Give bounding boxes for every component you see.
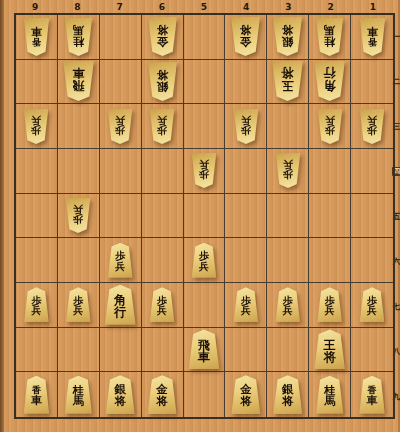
square-8-2[interactable]: 飛車 [58,60,100,105]
square-6-9[interactable]: 金将 [142,372,184,417]
square-1-3[interactable]: 歩兵 [351,104,393,149]
square-6-1[interactable]: 金将 [142,15,184,60]
piece-face: 香車 [358,376,387,414]
square-8-8[interactable] [58,328,100,373]
board-left-edge [0,0,4,432]
piece-face: 桂馬 [63,18,94,56]
piece-face: 香車 [22,18,51,56]
piece-gote-knight[interactable]: 桂馬 [63,18,94,56]
square-8-5[interactable]: 歩兵 [58,194,100,239]
piece-gote-lance[interactable]: 香車 [358,18,387,56]
square-3-4[interactable]: 歩兵 [267,149,309,194]
piece-gote-rook[interactable]: 飛車 [61,61,96,101]
piece-gote-king[interactable]: 玉将 [270,61,305,101]
file-label-6: 6 [141,1,183,13]
file-label-1: 1 [352,1,394,13]
piece-face: 歩兵 [190,243,218,278]
piece-face: 歩兵 [106,243,134,278]
piece-face: 歩兵 [148,287,176,322]
piece-face: 歩兵 [148,109,176,144]
piece-face: 歩兵 [316,287,344,322]
piece-face: 金将 [229,17,262,56]
square-6-5[interactable] [142,194,184,239]
piece-face: 玉将 [270,61,305,101]
square-9-1[interactable]: 香車 [16,15,58,60]
piece-sente-king[interactable]: 王将 [312,329,347,369]
piece-face: 歩兵 [106,109,134,144]
square-4-5[interactable] [225,194,267,239]
square-4-6[interactable] [225,238,267,283]
square-6-4[interactable] [142,149,184,194]
square-4-7[interactable]: 歩兵 [225,283,267,328]
piece-face: 歩兵 [22,109,50,144]
square-3-2[interactable]: 玉将 [267,60,309,105]
square-9-5[interactable] [16,194,58,239]
square-2-4[interactable] [309,149,351,194]
piece-sente-pawn[interactable]: 歩兵 [274,287,302,322]
piece-gote-pawn[interactable]: 歩兵 [106,109,134,144]
square-8-3[interactable] [58,104,100,149]
piece-gote-pawn[interactable]: 歩兵 [316,109,344,144]
piece-sente-lance[interactable]: 香車 [22,376,51,414]
piece-sente-pawn[interactable]: 歩兵 [106,243,134,278]
file-label-8: 8 [56,1,98,13]
square-5-6[interactable]: 歩兵 [184,238,226,283]
square-2-3[interactable]: 歩兵 [309,104,351,149]
piece-gote-pawn[interactable]: 歩兵 [274,153,302,188]
square-8-9[interactable]: 桂馬 [58,372,100,417]
square-8-6[interactable] [58,238,100,283]
square-9-6[interactable] [16,238,58,283]
square-4-3[interactable]: 歩兵 [225,104,267,149]
piece-sente-gold[interactable]: 金将 [229,375,262,414]
square-1-7[interactable]: 歩兵 [351,283,393,328]
square-6-8[interactable] [142,328,184,373]
square-3-7[interactable]: 歩兵 [267,283,309,328]
square-5-7[interactable] [184,283,226,328]
piece-face: 銀将 [104,375,137,414]
file-label-4: 4 [225,1,267,13]
square-1-2[interactable] [351,60,393,105]
file-label-5: 5 [183,1,225,13]
piece-gote-pawn[interactable]: 歩兵 [148,109,176,144]
piece-face: 歩兵 [64,198,92,233]
piece-face: 歩兵 [274,287,302,322]
square-9-9[interactable]: 香車 [16,372,58,417]
piece-face: 角行 [103,285,138,325]
square-5-3[interactable] [184,104,226,149]
square-2-9[interactable]: 桂馬 [309,372,351,417]
square-9-2[interactable] [16,60,58,105]
square-7-1[interactable] [100,15,142,60]
piece-sente-pawn[interactable]: 歩兵 [358,287,386,322]
piece-face: 桂馬 [314,376,345,414]
file-label-3: 3 [267,1,309,13]
square-7-5[interactable] [100,194,142,239]
square-5-1[interactable] [184,15,226,60]
piece-face: 歩兵 [232,109,260,144]
square-7-2[interactable] [100,60,142,105]
piece-sente-gold[interactable]: 金将 [146,375,179,414]
piece-sente-knight[interactable]: 桂馬 [314,376,345,414]
square-6-2[interactable]: 銀将 [142,60,184,105]
square-7-4[interactable] [100,149,142,194]
piece-gote-pawn[interactable]: 歩兵 [358,109,386,144]
square-2-6[interactable] [309,238,351,283]
square-4-9[interactable]: 金将 [225,372,267,417]
piece-sente-pawn[interactable]: 歩兵 [148,287,176,322]
square-2-1[interactable]: 桂馬 [309,15,351,60]
piece-sente-pawn[interactable]: 歩兵 [232,287,260,322]
piece-face: 香車 [22,376,51,414]
piece-face: 歩兵 [64,287,92,322]
square-5-2[interactable] [184,60,226,105]
square-1-1[interactable]: 香車 [351,15,393,60]
piece-face: 歩兵 [316,109,344,144]
square-7-7[interactable]: 角行 [100,283,142,328]
file-label-7: 7 [98,1,140,13]
piece-face: 歩兵 [232,287,260,322]
piece-face: 歩兵 [274,153,302,188]
shogi-board-grid: 香車桂馬金将金将銀将桂馬香車飛車銀将玉将角行歩兵歩兵歩兵歩兵歩兵歩兵歩兵歩兵歩兵… [14,13,395,419]
square-1-9[interactable]: 香車 [351,372,393,417]
square-7-6[interactable]: 歩兵 [100,238,142,283]
piece-gote-gold[interactable]: 金将 [229,17,262,56]
piece-face: 銀将 [146,62,179,101]
square-2-8[interactable]: 王将 [309,328,351,373]
piece-face: 香車 [358,18,387,56]
square-7-9[interactable]: 銀将 [100,372,142,417]
piece-gote-pawn[interactable]: 歩兵 [232,109,260,144]
piece-face: 角行 [312,61,347,101]
piece-face: 飛車 [61,61,96,101]
square-5-4[interactable]: 歩兵 [184,149,226,194]
square-3-9[interactable]: 銀将 [267,372,309,417]
square-2-7[interactable]: 歩兵 [309,283,351,328]
piece-sente-pawn[interactable]: 歩兵 [64,287,92,322]
piece-face: 銀将 [271,375,304,414]
file-labels: 9 8 7 6 5 4 3 2 1 [14,1,394,13]
square-6-6[interactable] [142,238,184,283]
square-1-5[interactable] [351,194,393,239]
piece-gote-gold[interactable]: 金将 [146,17,179,56]
square-7-8[interactable] [100,328,142,373]
square-1-8[interactable] [351,328,393,373]
square-4-2[interactable] [225,60,267,105]
piece-sente-pawn[interactable]: 歩兵 [190,243,218,278]
piece-face: 歩兵 [358,287,386,322]
piece-face: 桂馬 [63,376,94,414]
piece-face: 飛車 [186,329,221,369]
file-label-9: 9 [14,1,56,13]
square-3-8[interactable] [267,328,309,373]
piece-gote-pawn[interactable]: 歩兵 [64,198,92,233]
piece-gote-pawn[interactable]: 歩兵 [22,109,50,144]
piece-face: 金将 [229,375,262,414]
square-2-2[interactable]: 角行 [309,60,351,105]
square-8-1[interactable]: 桂馬 [58,15,100,60]
piece-sente-lance[interactable]: 香車 [358,376,387,414]
piece-gote-silver[interactable]: 銀将 [146,62,179,101]
piece-gote-knight[interactable]: 桂馬 [314,18,345,56]
piece-face: 銀将 [271,17,304,56]
piece-sente-rook[interactable]: 飛車 [186,329,221,369]
piece-sente-silver[interactable]: 銀将 [271,375,304,414]
square-4-8[interactable] [225,328,267,373]
piece-face: 歩兵 [22,287,50,322]
piece-sente-knight[interactable]: 桂馬 [63,376,94,414]
square-3-5[interactable] [267,194,309,239]
piece-sente-silver[interactable]: 銀将 [104,375,137,414]
square-9-3[interactable]: 歩兵 [16,104,58,149]
square-9-4[interactable] [16,149,58,194]
square-3-1[interactable]: 銀将 [267,15,309,60]
square-8-7[interactable]: 歩兵 [58,283,100,328]
shogi-board-app: 9 8 7 6 5 4 3 2 1 一 二 三 四 五 六 七 八 九 香車桂馬… [0,0,400,432]
file-label-2: 2 [310,1,352,13]
square-1-4[interactable] [351,149,393,194]
piece-sente-bishop[interactable]: 角行 [103,285,138,325]
square-4-1[interactable]: 金将 [225,15,267,60]
square-1-6[interactable] [351,238,393,283]
piece-sente-pawn[interactable]: 歩兵 [22,287,50,322]
piece-gote-bishop[interactable]: 角行 [312,61,347,101]
piece-face: 金将 [146,375,179,414]
piece-face: 金将 [146,17,179,56]
piece-face: 王将 [312,329,347,369]
square-9-7[interactable]: 歩兵 [16,283,58,328]
square-5-5[interactable] [184,194,226,239]
square-8-4[interactable] [58,149,100,194]
square-3-6[interactable] [267,238,309,283]
square-6-7[interactable]: 歩兵 [142,283,184,328]
piece-face: 桂馬 [314,18,345,56]
square-5-8[interactable]: 飛車 [184,328,226,373]
piece-gote-pawn[interactable]: 歩兵 [190,153,218,188]
square-3-3[interactable] [267,104,309,149]
piece-face: 歩兵 [190,153,218,188]
square-4-4[interactable] [225,149,267,194]
piece-gote-silver[interactable]: 銀将 [271,17,304,56]
square-6-3[interactable]: 歩兵 [142,104,184,149]
square-5-9[interactable] [184,372,226,417]
square-7-3[interactable]: 歩兵 [100,104,142,149]
piece-sente-pawn[interactable]: 歩兵 [316,287,344,322]
piece-gote-lance[interactable]: 香車 [22,18,51,56]
square-9-8[interactable] [16,328,58,373]
square-2-5[interactable] [309,194,351,239]
piece-face: 歩兵 [358,109,386,144]
